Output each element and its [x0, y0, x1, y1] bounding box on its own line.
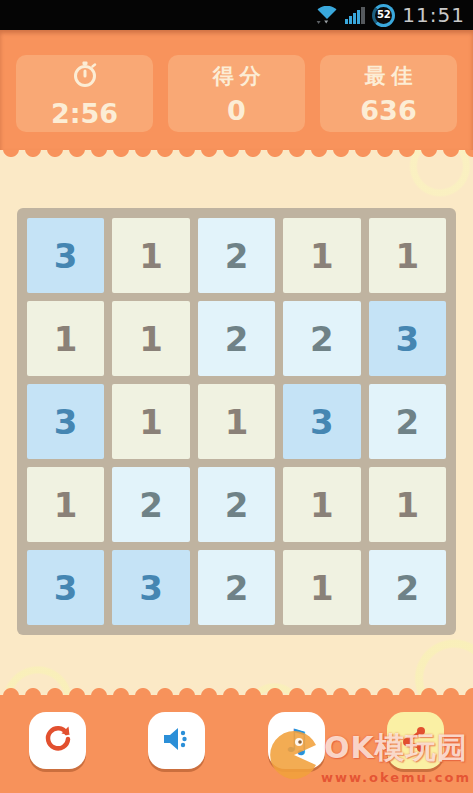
app-screen: { "game": "number-match elimination puzz…: [0, 0, 473, 793]
share-button[interactable]: [387, 712, 444, 769]
restart-button[interactable]: [29, 712, 86, 769]
board-cell-r1c2[interactable]: 1: [112, 218, 189, 293]
clock-time: 11:51: [402, 3, 465, 27]
board-cell-r3c3[interactable]: 1: [198, 384, 275, 459]
board-cell-r5c2[interactable]: 3: [112, 550, 189, 625]
board-cell-r3c2[interactable]: 1: [112, 384, 189, 459]
timer-value: 2:56: [51, 98, 118, 129]
board-cell-r5c5[interactable]: 2: [369, 550, 446, 625]
board-cell-r4c2[interactable]: 2: [112, 467, 189, 542]
scallop-edge-bottom: [0, 685, 473, 695]
best-label: 最佳: [359, 62, 419, 90]
stopwatch-icon: [70, 59, 100, 93]
board-cell-r2c1[interactable]: 1: [27, 301, 104, 376]
board-cell-r1c4[interactable]: 1: [283, 218, 360, 293]
board-cell-r5c1[interactable]: 3: [27, 550, 104, 625]
board-cell-r4c4[interactable]: 1: [283, 467, 360, 542]
refresh-icon: [41, 722, 75, 759]
board-cell-r5c4[interactable]: 1: [283, 550, 360, 625]
play-area: 3121111223311321221133212: [0, 150, 473, 695]
board: 3121111223311321221133212: [17, 208, 456, 635]
music-button[interactable]: ♫: [268, 712, 325, 769]
share-icon: [398, 722, 432, 759]
board-cell-r2c3[interactable]: 2: [198, 301, 275, 376]
board-cell-r4c5[interactable]: 1: [369, 467, 446, 542]
header: 2:56 得分 0 最佳 636: [0, 30, 473, 150]
speaker-icon: [160, 722, 194, 759]
scallop-edge-top: [0, 150, 473, 160]
board-cell-r3c4[interactable]: 3: [283, 384, 360, 459]
music-note-icon: ♫: [282, 725, 311, 757]
score-value: 0: [227, 95, 246, 126]
board-cell-r5c3[interactable]: 2: [198, 550, 275, 625]
score-label: 得分: [207, 62, 267, 90]
status-bar: 52 11:51: [0, 0, 473, 30]
board-cell-r2c4[interactable]: 2: [283, 301, 360, 376]
board-cell-r4c3[interactable]: 2: [198, 467, 275, 542]
board-cell-r1c1[interactable]: 3: [27, 218, 104, 293]
battery-circle-icon: 52: [372, 4, 395, 27]
board-cell-r4c1[interactable]: 1: [27, 467, 104, 542]
toolbar: ♫: [0, 695, 473, 793]
score-box: 得分 0: [168, 55, 305, 132]
board-cell-r2c5[interactable]: 3: [369, 301, 446, 376]
sound-button[interactable]: [148, 712, 205, 769]
board-cell-r1c5[interactable]: 1: [369, 218, 446, 293]
board-cell-r2c2[interactable]: 1: [112, 301, 189, 376]
best-box: 最佳 636: [320, 55, 457, 132]
board-cell-r3c5[interactable]: 2: [369, 384, 446, 459]
board-cell-r3c1[interactable]: 3: [27, 384, 104, 459]
best-value: 636: [360, 95, 416, 126]
board-cell-r1c3[interactable]: 2: [198, 218, 275, 293]
battery-percent: 52: [377, 10, 391, 20]
timer-box: 2:56: [16, 55, 153, 132]
wifi-icon: [316, 6, 338, 25]
signal-bars-icon: [345, 7, 365, 24]
